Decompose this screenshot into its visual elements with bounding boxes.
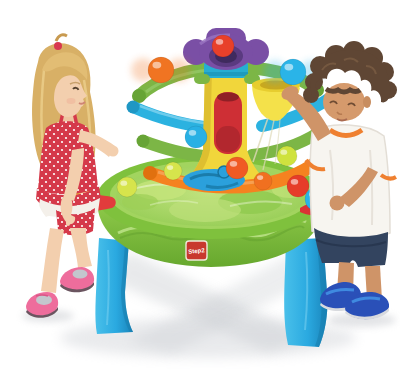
girl-shoe-right bbox=[60, 267, 94, 292]
boy-shirt bbox=[306, 125, 396, 240]
product-photo: Step2 bbox=[0, 0, 400, 374]
ball-spinner-red bbox=[226, 157, 248, 179]
ball-track-orange-left bbox=[131, 57, 190, 83]
girl-pigtail-sprout bbox=[56, 35, 67, 41]
ball-track-blue-left bbox=[185, 126, 207, 148]
girl-shoes bbox=[26, 267, 94, 318]
ball-topper-red bbox=[212, 35, 234, 57]
ball-track-lime-right bbox=[277, 146, 297, 166]
brand-badge: Step2 bbox=[186, 241, 207, 260]
boy-ear bbox=[363, 96, 371, 108]
girl-shoe-left bbox=[26, 292, 58, 318]
leaf-left bbox=[194, 74, 210, 84]
ball-water-orange bbox=[254, 172, 272, 190]
ball-water-lime-left bbox=[117, 177, 137, 197]
ball-water-lime-mid bbox=[164, 162, 182, 180]
scene-canvas: Step2 bbox=[0, 0, 400, 374]
tower-chute bbox=[214, 92, 242, 154]
ball-water-red-right bbox=[287, 175, 309, 197]
girl-hair-tie bbox=[54, 42, 62, 50]
